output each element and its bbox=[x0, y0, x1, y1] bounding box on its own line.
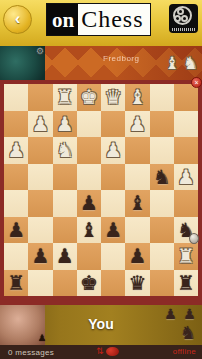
square[interactable] bbox=[28, 84, 52, 111]
app-logo: on Chess bbox=[46, 3, 151, 36]
square[interactable]: ♟ bbox=[28, 243, 52, 270]
black-P-piece: ♟ bbox=[104, 220, 122, 240]
square[interactable] bbox=[28, 164, 52, 191]
square[interactable]: ♟ bbox=[53, 111, 77, 138]
white-R-piece: ♜ bbox=[177, 246, 195, 266]
black-K-piece: ♚ bbox=[80, 273, 98, 293]
black-B-piece: ♝ bbox=[128, 193, 146, 213]
square[interactable]: ♚ bbox=[77, 270, 101, 297]
emblem-dot bbox=[181, 15, 188, 22]
square[interactable]: ♟ bbox=[4, 217, 28, 244]
status-bar: 0 messages ⇅ offline bbox=[0, 345, 202, 359]
square[interactable]: ♟ bbox=[101, 137, 125, 164]
black-P-piece: ♟ bbox=[56, 246, 74, 266]
black-P-piece: ♟ bbox=[128, 246, 146, 266]
logo-chess: Chess bbox=[78, 4, 149, 35]
square[interactable] bbox=[101, 243, 125, 270]
black-R-piece: ♜ bbox=[177, 273, 195, 293]
square[interactable] bbox=[53, 190, 77, 217]
square[interactable] bbox=[28, 137, 52, 164]
square[interactable]: ♛ bbox=[101, 84, 125, 111]
square[interactable]: ♜ bbox=[4, 270, 28, 297]
white-N-piece: ♞ bbox=[56, 140, 74, 160]
black-N-piece: ♞ bbox=[153, 167, 171, 187]
square[interactable]: ♟ bbox=[53, 243, 77, 270]
square[interactable] bbox=[101, 190, 125, 217]
square[interactable]: ♟ bbox=[4, 137, 28, 164]
black-P-piece: ♟ bbox=[31, 246, 49, 266]
square[interactable]: ♜ bbox=[174, 270, 198, 297]
offline-status: offline bbox=[173, 347, 196, 356]
square[interactable] bbox=[150, 270, 174, 297]
black-P-piece: ♟ bbox=[7, 220, 25, 240]
back-button[interactable]: ‹ bbox=[3, 5, 32, 34]
white-P-piece: ♟ bbox=[104, 140, 122, 160]
square[interactable] bbox=[53, 164, 77, 191]
square[interactable] bbox=[4, 164, 28, 191]
emblem-caption bbox=[172, 28, 195, 31]
square[interactable] bbox=[150, 84, 174, 111]
square[interactable]: ♟ bbox=[28, 111, 52, 138]
logo-on: on bbox=[47, 4, 78, 35]
square[interactable] bbox=[101, 111, 125, 138]
square[interactable]: ♞ bbox=[53, 137, 77, 164]
square[interactable] bbox=[150, 243, 174, 270]
square[interactable] bbox=[53, 217, 77, 244]
square[interactable] bbox=[77, 137, 101, 164]
black-P-piece: ♟ bbox=[161, 306, 180, 323]
square[interactable] bbox=[4, 84, 28, 111]
white-P-piece: ♟ bbox=[7, 140, 25, 160]
white-P-piece: ♟ bbox=[56, 114, 74, 134]
black-P-piece: ♟ bbox=[180, 306, 199, 323]
square[interactable] bbox=[150, 190, 174, 217]
club-emblem-icon[interactable] bbox=[169, 4, 198, 33]
square[interactable] bbox=[77, 243, 101, 270]
square[interactable] bbox=[101, 270, 125, 297]
player-bar: ♟ You ♟♟♞ bbox=[0, 305, 202, 345]
chess-board: ♜♚♛♝♟♟♟♟♞♟♞♟♟♝♟♝♟♞♟♟♟♜♜♚♛♜ bbox=[4, 84, 198, 296]
black-R-piece: ♜ bbox=[7, 273, 25, 293]
square[interactable]: ♛ bbox=[125, 270, 149, 297]
white-K-piece: ♚ bbox=[80, 87, 98, 107]
square[interactable] bbox=[77, 164, 101, 191]
square[interactable] bbox=[174, 137, 198, 164]
chess-board-frame: ♜♚♛♝♟♟♟♟♞♟♞♟♟♝♟♝♟♞♟♟♟♜♜♚♛♜ × bbox=[0, 80, 202, 305]
white-B-piece: ♝ bbox=[128, 87, 146, 107]
square[interactable]: ♟ bbox=[77, 190, 101, 217]
square[interactable] bbox=[150, 217, 174, 244]
board-edge-badge bbox=[189, 233, 199, 244]
square[interactable] bbox=[28, 270, 52, 297]
opponent-bar: ⚙ Fredborg ♝♞ bbox=[0, 46, 202, 80]
square[interactable] bbox=[53, 270, 77, 297]
square[interactable]: ♝ bbox=[125, 190, 149, 217]
square[interactable] bbox=[4, 111, 28, 138]
square[interactable] bbox=[174, 190, 198, 217]
chat-bubble-icon[interactable] bbox=[106, 347, 119, 356]
square[interactable] bbox=[125, 164, 149, 191]
white-B-piece: ♝ bbox=[165, 48, 180, 78]
square[interactable]: ♟ bbox=[125, 243, 149, 270]
square[interactable] bbox=[125, 137, 149, 164]
close-icon[interactable]: × bbox=[191, 77, 202, 88]
square[interactable] bbox=[28, 217, 52, 244]
square[interactable]: ♝ bbox=[125, 84, 149, 111]
sort-icon[interactable]: ⇅ bbox=[96, 346, 104, 356]
opponent-captured-tray: ♝♞ bbox=[165, 48, 199, 78]
square[interactable] bbox=[28, 190, 52, 217]
black-P-piece: ♟ bbox=[80, 193, 98, 213]
emblem-dot bbox=[177, 8, 184, 15]
square[interactable]: ♝ bbox=[77, 217, 101, 244]
square[interactable]: ♟ bbox=[174, 164, 198, 191]
emblem-dot bbox=[174, 15, 181, 22]
messages-count[interactable]: 0 messages bbox=[8, 348, 54, 357]
white-P-piece: ♟ bbox=[177, 167, 195, 187]
white-P-piece: ♟ bbox=[31, 114, 49, 134]
square[interactable] bbox=[77, 111, 101, 138]
square[interactable] bbox=[174, 111, 198, 138]
square[interactable] bbox=[4, 190, 28, 217]
square[interactable] bbox=[4, 243, 28, 270]
square[interactable]: ♟ bbox=[125, 111, 149, 138]
square[interactable]: ♜ bbox=[174, 243, 198, 270]
square[interactable] bbox=[125, 217, 149, 244]
app-root: ‹ on Chess ⚙ Fredborg ♝♞ ♜♚♛♝♟♟♟♟♞♟♞♟♟♝♟… bbox=[0, 0, 202, 359]
status-icons: ⇅ bbox=[96, 346, 119, 356]
square[interactable] bbox=[150, 137, 174, 164]
white-P-piece: ♟ bbox=[128, 114, 146, 134]
square[interactable]: ♜ bbox=[53, 84, 77, 111]
square[interactable]: ♞ bbox=[150, 164, 174, 191]
opponent-name: Fredborg bbox=[103, 54, 165, 63]
player-captured-tray: ♟♟♞ bbox=[157, 306, 199, 343]
black-Q-piece: ♛ bbox=[128, 273, 146, 293]
square[interactable] bbox=[150, 111, 174, 138]
black-B-piece: ♝ bbox=[80, 220, 98, 240]
white-N-piece: ♞ bbox=[183, 48, 198, 78]
white-R-piece: ♜ bbox=[56, 87, 74, 107]
gear-icon[interactable]: ⚙ bbox=[36, 46, 44, 56]
square[interactable] bbox=[101, 164, 125, 191]
title-bar: ‹ on Chess bbox=[0, 0, 202, 47]
square[interactable] bbox=[174, 84, 198, 111]
white-Q-piece: ♛ bbox=[104, 87, 122, 107]
square[interactable]: ♟ bbox=[101, 217, 125, 244]
black-N-piece: ♞ bbox=[177, 323, 199, 343]
square[interactable]: ♚ bbox=[77, 84, 101, 111]
player-status-icon: ♟ bbox=[38, 333, 46, 343]
